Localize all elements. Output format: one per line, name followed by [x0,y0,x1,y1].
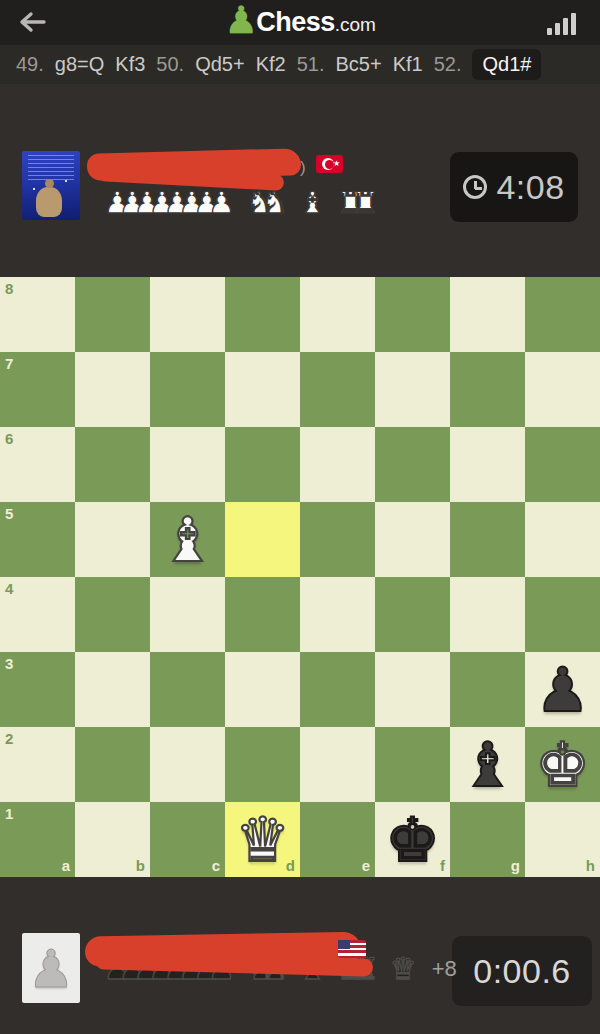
move-token[interactable]: Qd1# [472,49,541,80]
square-c4[interactable] [150,577,225,652]
square-h4[interactable] [525,577,600,652]
square-f4[interactable] [375,577,450,652]
rank-label-5: 5 [5,506,13,521]
move-token[interactable]: g8=Q [55,53,104,76]
square-a1[interactable]: 1a [0,802,75,877]
square-h3[interactable]: ♟ [525,652,600,727]
square-h5[interactable] [525,502,600,577]
captured-piece-icon: ♛ [390,952,417,986]
square-h7[interactable] [525,352,600,427]
captured-piece-icon: ♝ [299,186,326,220]
chess-board: 8765♝43♟2♝♚1abcd♛ef♚gh [0,277,600,877]
square-b3[interactable] [75,652,150,727]
usa-flag-icon [338,940,366,958]
move-number: 49. [16,53,44,76]
square-a8[interactable]: 8 [0,277,75,352]
square-e4[interactable] [300,577,375,652]
clock-time-bottom: 0:00.6 [473,952,571,991]
square-g1[interactable]: g [450,802,525,877]
top-bar: ♟ Chess .com [0,0,600,45]
square-g3[interactable] [450,652,525,727]
square-e7[interactable] [300,352,375,427]
avatar-art-figure [36,187,62,217]
square-e5[interactable] [300,502,375,577]
square-g5[interactable] [450,502,525,577]
square-g6[interactable] [450,427,525,502]
square-b5[interactable] [75,502,150,577]
square-f8[interactable] [375,277,450,352]
square-b1[interactable]: b [75,802,150,877]
white-king-h2[interactable]: ♚ [525,727,600,802]
move-number: 52. [434,53,462,76]
move-token[interactable]: Bc5+ [335,53,381,76]
square-h8[interactable] [525,277,600,352]
material-advantage: +8 [432,956,457,982]
avatar-bottom-player[interactable]: ♟ [22,933,80,1003]
square-b4[interactable] [75,577,150,652]
square-g4[interactable] [450,577,525,652]
move-number: 50. [156,53,184,76]
square-d4[interactable] [225,577,300,652]
captured-group-Q: ♛ [390,952,417,986]
square-h1[interactable]: h [525,802,600,877]
captured-piece-icon: ♞ [261,186,288,220]
square-f5[interactable] [375,502,450,577]
square-b7[interactable] [75,352,150,427]
square-e2[interactable] [300,727,375,802]
square-d2[interactable] [225,727,300,802]
black-pawn-h3[interactable]: ♟ [525,652,600,727]
square-d7[interactable] [225,352,300,427]
rank-label-6: 6 [5,431,13,446]
file-label-h: h [586,858,595,873]
square-d8[interactable] [225,277,300,352]
square-a3[interactable]: 3 [0,652,75,727]
captured-group-B: ♝ [299,186,326,220]
move-token[interactable]: Kf2 [256,53,286,76]
white-bishop-c5[interactable]: ♝ [150,502,225,577]
move-list: 49.g8=QKf350.Qd5+Kf251.Bc5+Kf152.Qd1# [0,45,600,84]
rank-label-8: 8 [5,281,13,296]
square-d6[interactable] [225,427,300,502]
square-c8[interactable] [150,277,225,352]
square-f3[interactable] [375,652,450,727]
square-c7[interactable] [150,352,225,427]
captured-pieces-top: ♟♟♟♟♟♟♟♟♞♞♝♜♜ [104,186,390,220]
square-a5[interactable]: 5 [0,502,75,577]
square-c3[interactable] [150,652,225,727]
file-label-g: g [511,858,520,873]
square-e1[interactable]: e [300,802,375,877]
chess-app-screen: ♟ Chess .com 49.g8=QKf350.Qd5+Kf251.Bc5+… [0,0,600,1034]
avatar-top-player[interactable] [22,151,80,220]
square-b6[interactable] [75,427,150,502]
square-b8[interactable] [75,277,150,352]
square-a7[interactable]: 7 [0,352,75,427]
rank-label-3: 3 [5,656,13,671]
square-a4[interactable]: 4 [0,577,75,652]
clock-time-top: 4:08 [496,168,564,207]
square-h6[interactable] [525,427,600,502]
square-c1[interactable]: c [150,802,225,877]
rating-peek: ) [300,158,306,178]
square-c5[interactable]: ♝ [150,502,225,577]
square-f6[interactable] [375,427,450,502]
move-token[interactable]: Kf1 [393,53,423,76]
logo-brand-text: Chess [256,7,335,38]
turkey-flag-icon: ★ [316,155,343,173]
square-d1[interactable]: d♛ [225,802,300,877]
file-label-a: a [62,858,70,873]
captured-piece-icon: ♟ [208,186,235,220]
captured-group-R: ♜♜ [337,186,379,220]
captured-piece-icon: ♜ [352,186,379,220]
clock-bottom-player: 0:00.6 [452,936,592,1006]
rank-label-7: 7 [5,356,13,371]
square-a2[interactable]: 2 [0,727,75,802]
square-f7[interactable] [375,352,450,427]
logo-tld-text: .com [335,14,376,36]
signal-bars-icon [547,13,576,35]
square-e3[interactable] [300,652,375,727]
chesscom-logo: ♟ Chess .com [0,0,600,45]
square-e6[interactable] [300,427,375,502]
clock-top-player: 4:08 [450,152,578,222]
square-f1[interactable]: f♚ [375,802,450,877]
rank-label-2: 2 [5,731,13,746]
rank-label-1: 1 [5,806,13,821]
white-queen-d1[interactable]: ♛ [225,802,300,877]
avatar-pawn-icon: ♟ [28,939,75,999]
square-a6[interactable]: 6 [0,427,75,502]
square-d5[interactable] [225,502,300,577]
captured-group-N: ♞♞ [246,186,288,220]
square-g2[interactable]: ♝ [450,727,525,802]
square-c6[interactable] [150,427,225,502]
file-label-e: e [362,858,370,873]
rank-label-4: 4 [5,581,13,596]
square-e8[interactable] [300,277,375,352]
square-d3[interactable] [225,652,300,727]
square-b2[interactable] [75,727,150,802]
square-g7[interactable] [450,352,525,427]
clock-icon [463,175,487,199]
move-number: 51. [297,53,325,76]
move-token[interactable]: Kf3 [115,53,145,76]
logo-pawn-icon: ♟ [224,0,258,40]
file-label-c: c [212,858,220,873]
black-king-f1[interactable]: ♚ [375,802,450,877]
move-token[interactable]: Qd5+ [195,53,244,76]
square-h2[interactable]: ♚ [525,727,600,802]
square-f2[interactable] [375,727,450,802]
file-label-b: b [136,858,145,873]
black-bishop-g2[interactable]: ♝ [450,727,525,802]
captured-group-P: ♟♟♟♟♟♟♟♟ [104,186,235,220]
square-g8[interactable] [450,277,525,352]
square-c2[interactable] [150,727,225,802]
